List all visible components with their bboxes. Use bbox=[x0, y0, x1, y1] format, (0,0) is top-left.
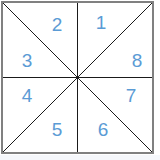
region-label-2: 2 bbox=[52, 15, 63, 34]
region-label-1: 1 bbox=[96, 13, 107, 32]
region-label-6: 6 bbox=[98, 120, 109, 139]
region-label-5: 5 bbox=[52, 120, 63, 139]
region-label-4: 4 bbox=[22, 86, 33, 105]
region-label-8: 8 bbox=[132, 51, 143, 70]
region-label-7: 7 bbox=[126, 86, 137, 105]
region-label-3: 3 bbox=[22, 51, 33, 70]
background-shading bbox=[0, 155, 160, 160]
divided-square-board: 1 2 3 4 5 6 7 8 bbox=[1, 1, 154, 154]
division-lines bbox=[3, 3, 152, 152]
